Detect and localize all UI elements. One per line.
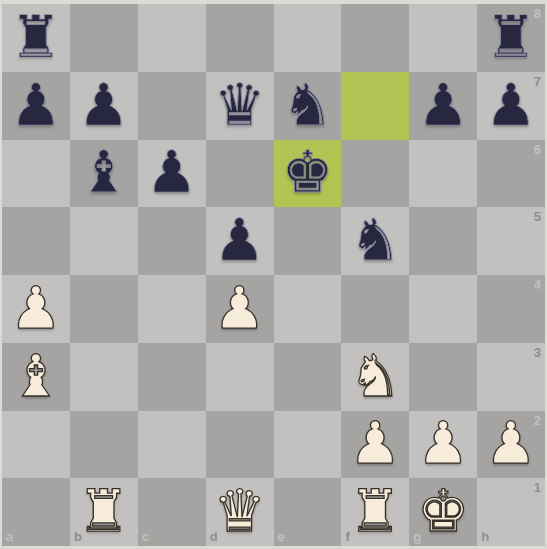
- rank-label-3: 3: [534, 346, 541, 359]
- square-h4[interactable]: 4: [477, 275, 545, 343]
- rank-label-5: 5: [534, 210, 541, 223]
- square-d8[interactable]: [206, 4, 274, 72]
- square-c1[interactable]: c: [138, 478, 206, 546]
- white-king-g1[interactable]: ♚: [417, 482, 469, 540]
- white-pawn-d4[interactable]: ♟: [214, 279, 266, 337]
- square-g5[interactable]: [409, 207, 477, 275]
- white-rook-b1[interactable]: ♜: [78, 482, 130, 540]
- black-knight-f5[interactable]: ♞: [349, 211, 401, 269]
- square-a8[interactable]: ♜: [2, 4, 70, 72]
- square-f5[interactable]: ♞: [341, 207, 409, 275]
- square-h5[interactable]: 5: [477, 207, 545, 275]
- square-g6[interactable]: [409, 140, 477, 208]
- square-d3[interactable]: [206, 343, 274, 411]
- square-e3[interactable]: [274, 343, 342, 411]
- board-frame: ♜♜8♟♟♛♞♟♟7♝♟♚6♟♞5♟♟4♝♞3♟♟♟2a♜bc♛de♜f♚g1h: [0, 0, 547, 549]
- square-e1[interactable]: e: [274, 478, 342, 546]
- square-f2[interactable]: ♟: [341, 411, 409, 479]
- square-g1[interactable]: ♚g: [409, 478, 477, 546]
- white-rook-f1[interactable]: ♜: [349, 482, 401, 540]
- rank-label-6: 6: [534, 143, 541, 156]
- square-b4[interactable]: [70, 275, 138, 343]
- file-label-c: c: [142, 530, 149, 543]
- square-g4[interactable]: [409, 275, 477, 343]
- square-a2[interactable]: [2, 411, 70, 479]
- file-label-e: e: [278, 530, 285, 543]
- black-pawn-b7[interactable]: ♟: [78, 76, 130, 134]
- square-f3[interactable]: ♞: [341, 343, 409, 411]
- square-h7[interactable]: ♟7: [477, 72, 545, 140]
- white-pawn-a4[interactable]: ♟: [10, 279, 62, 337]
- black-pawn-c6[interactable]: ♟: [146, 143, 198, 201]
- square-c3[interactable]: [138, 343, 206, 411]
- black-queen-d7[interactable]: ♛: [214, 76, 266, 134]
- square-f7[interactable]: [341, 72, 409, 140]
- square-d7[interactable]: ♛: [206, 72, 274, 140]
- square-a3[interactable]: ♝: [2, 343, 70, 411]
- square-b7[interactable]: ♟: [70, 72, 138, 140]
- rank-label-1: 1: [534, 481, 541, 494]
- square-a4[interactable]: ♟: [2, 275, 70, 343]
- white-pawn-h2[interactable]: ♟: [485, 414, 537, 472]
- square-e4[interactable]: [274, 275, 342, 343]
- square-h6[interactable]: 6: [477, 140, 545, 208]
- square-a7[interactable]: ♟: [2, 72, 70, 140]
- square-c2[interactable]: [138, 411, 206, 479]
- square-a5[interactable]: [2, 207, 70, 275]
- black-rook-a8[interactable]: ♜: [10, 8, 62, 66]
- square-a6[interactable]: [2, 140, 70, 208]
- square-f6[interactable]: [341, 140, 409, 208]
- square-f1[interactable]: ♜f: [341, 478, 409, 546]
- square-e6[interactable]: ♚: [274, 140, 342, 208]
- square-g7[interactable]: ♟: [409, 72, 477, 140]
- black-pawn-a7[interactable]: ♟: [10, 76, 62, 134]
- square-b6[interactable]: ♝: [70, 140, 138, 208]
- square-e2[interactable]: [274, 411, 342, 479]
- black-pawn-d5[interactable]: ♟: [214, 211, 266, 269]
- square-d1[interactable]: ♛d: [206, 478, 274, 546]
- white-pawn-f2[interactable]: ♟: [349, 414, 401, 472]
- square-e8[interactable]: [274, 4, 342, 72]
- white-pawn-g2[interactable]: ♟: [417, 414, 469, 472]
- square-f8[interactable]: [341, 4, 409, 72]
- square-b3[interactable]: [70, 343, 138, 411]
- white-knight-f3[interactable]: ♞: [349, 347, 401, 405]
- square-b2[interactable]: [70, 411, 138, 479]
- square-c8[interactable]: [138, 4, 206, 72]
- square-e7[interactable]: ♞: [274, 72, 342, 140]
- file-label-a: a: [6, 530, 13, 543]
- chess-board: ♜♜8♟♟♛♞♟♟7♝♟♚6♟♞5♟♟4♝♞3♟♟♟2a♜bc♛de♜f♚g1h: [2, 4, 545, 546]
- square-c5[interactable]: [138, 207, 206, 275]
- black-pawn-h7[interactable]: ♟: [485, 76, 537, 134]
- square-h1[interactable]: 1h: [477, 478, 545, 546]
- square-d6[interactable]: [206, 140, 274, 208]
- square-g3[interactable]: [409, 343, 477, 411]
- square-b5[interactable]: [70, 207, 138, 275]
- square-d2[interactable]: [206, 411, 274, 479]
- file-label-h: h: [481, 530, 489, 543]
- white-bishop-a3[interactable]: ♝: [10, 347, 62, 405]
- black-rook-h8[interactable]: ♜: [485, 8, 537, 66]
- black-bishop-b6[interactable]: ♝: [78, 143, 130, 201]
- square-c7[interactable]: [138, 72, 206, 140]
- square-b8[interactable]: [70, 4, 138, 72]
- square-e5[interactable]: [274, 207, 342, 275]
- square-d5[interactable]: ♟: [206, 207, 274, 275]
- square-c4[interactable]: [138, 275, 206, 343]
- square-h8[interactable]: ♜8: [477, 4, 545, 72]
- square-f4[interactable]: [341, 275, 409, 343]
- square-g2[interactable]: ♟: [409, 411, 477, 479]
- square-c6[interactable]: ♟: [138, 140, 206, 208]
- rank-label-4: 4: [534, 278, 541, 291]
- black-knight-e7[interactable]: ♞: [281, 76, 333, 134]
- square-a1[interactable]: a: [2, 478, 70, 546]
- square-g8[interactable]: [409, 4, 477, 72]
- white-queen-d1[interactable]: ♛: [214, 482, 266, 540]
- black-pawn-g7[interactable]: ♟: [417, 76, 469, 134]
- square-d4[interactable]: ♟: [206, 275, 274, 343]
- square-h3[interactable]: 3: [477, 343, 545, 411]
- square-b1[interactable]: ♜b: [70, 478, 138, 546]
- square-h2[interactable]: ♟2: [477, 411, 545, 479]
- black-king-e6[interactable]: ♚: [281, 143, 333, 201]
